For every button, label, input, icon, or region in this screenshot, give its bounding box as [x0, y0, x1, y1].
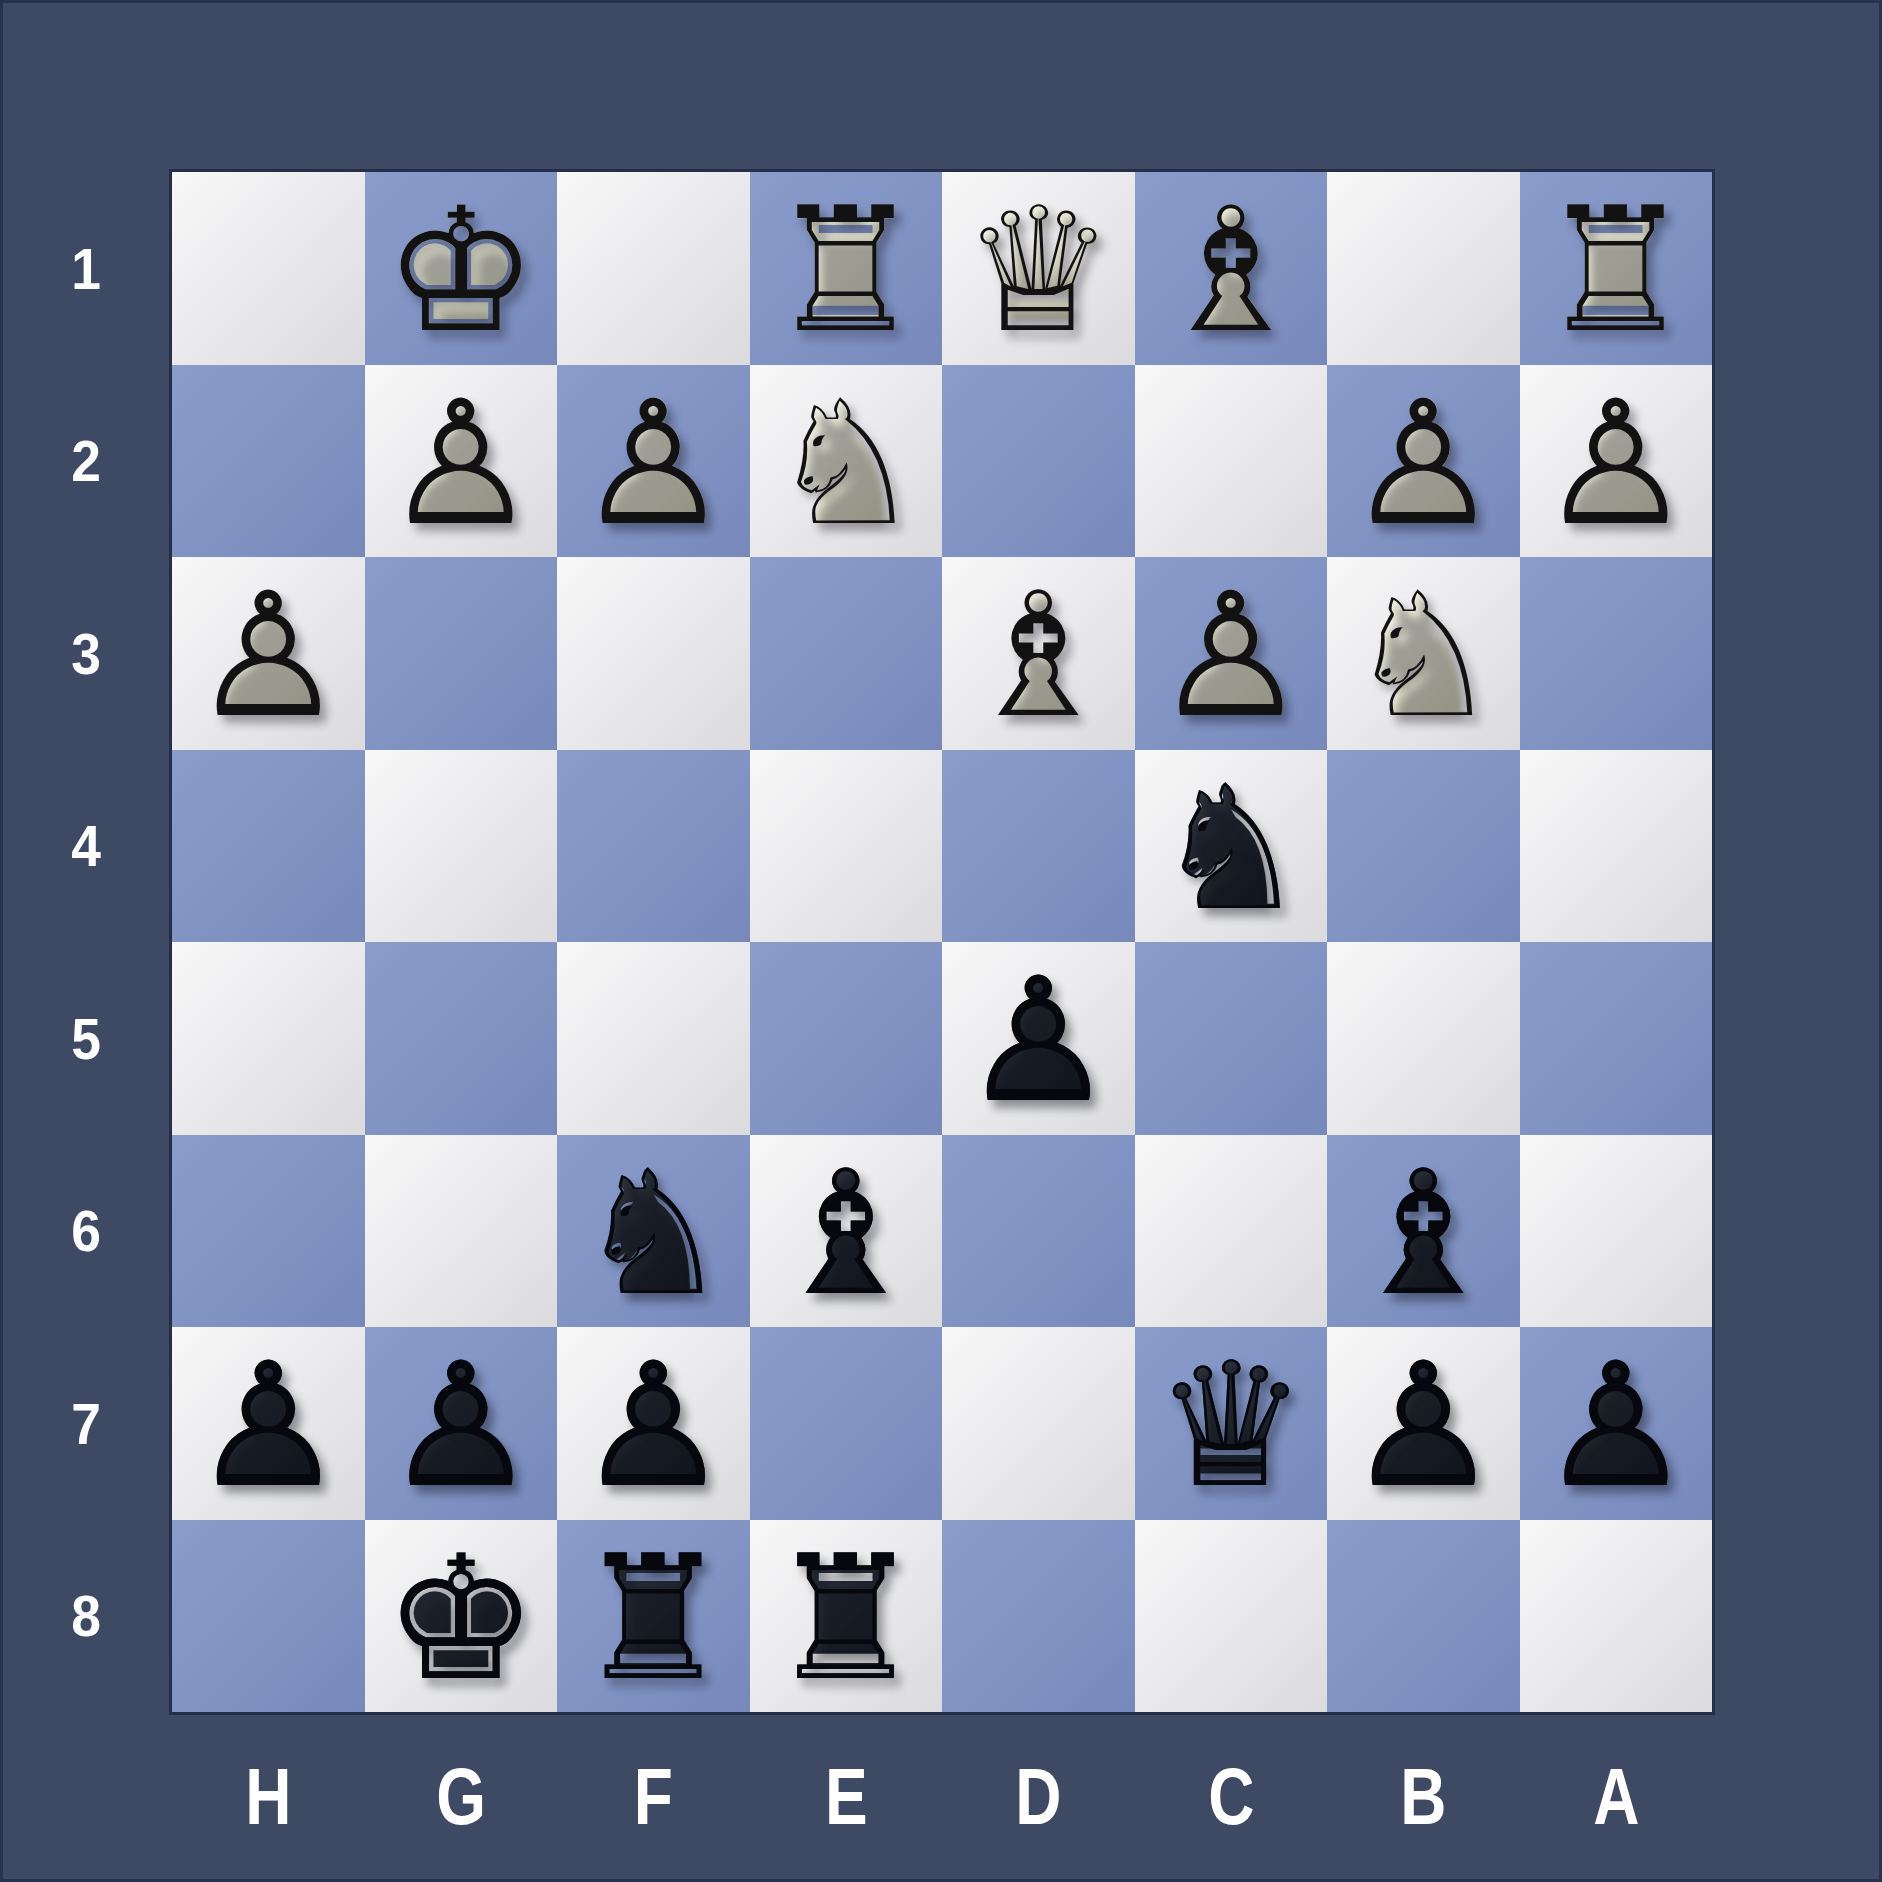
square-g1[interactable]: ♚♔: [365, 172, 558, 365]
rank-label-5: 5: [7, 942, 165, 1135]
square-d5[interactable]: ♟♙: [942, 942, 1135, 1135]
black-pawn-icon[interactable]: ♟♙: [942, 942, 1135, 1135]
square-c7[interactable]: ♛♕: [1135, 1327, 1328, 1520]
black-pawn-icon[interactable]: ♟♙: [365, 1327, 558, 1520]
square-g2[interactable]: ♟♙: [365, 365, 558, 558]
file-label-h: H: [191, 1712, 345, 1882]
square-b8[interactable]: [1327, 1520, 1520, 1713]
square-b6[interactable]: ♝♗: [1327, 1135, 1520, 1328]
black-bishop-icon[interactable]: ♝♗: [1327, 1135, 1520, 1328]
black-pawn-icon-outline: ♙: [942, 945, 1135, 1138]
file-label-a: A: [1539, 1712, 1693, 1882]
square-e3[interactable]: [750, 557, 943, 750]
square-c4[interactable]: ♞♘: [1135, 750, 1328, 943]
black-knight-icon[interactable]: ♞♘: [557, 1135, 750, 1328]
black-knight-icon-outline: ♘: [1135, 753, 1328, 946]
square-f5[interactable]: [557, 942, 750, 1135]
black-king-icon[interactable]: ♚♔: [365, 1520, 558, 1713]
white-king-icon[interactable]: ♚♔: [365, 172, 558, 365]
rank-label-4: 4: [7, 750, 165, 943]
white-knight-icon[interactable]: ♞♘: [750, 365, 943, 558]
white-rook-icon[interactable]: ♜♖: [750, 172, 943, 365]
white-pawn-icon-outline: ♙: [1520, 368, 1713, 561]
file-label-d: D: [961, 1712, 1115, 1882]
square-h7[interactable]: ♟♙: [172, 1327, 365, 1520]
square-a6[interactable]: [1520, 1135, 1713, 1328]
square-e2[interactable]: ♞♘: [750, 365, 943, 558]
square-b3[interactable]: ♞♘: [1327, 557, 1520, 750]
square-a3[interactable]: [1520, 557, 1713, 750]
black-queen-icon-outline: ♕: [1135, 1330, 1328, 1523]
black-queen-icon[interactable]: ♛♕: [1135, 1327, 1328, 1520]
rank-label-8: 8: [7, 1520, 165, 1713]
file-label-b: B: [1346, 1712, 1500, 1882]
black-king-icon-outline: ♔: [365, 1523, 558, 1716]
square-h4[interactable]: [172, 750, 365, 943]
square-d7[interactable]: [942, 1327, 1135, 1520]
white-pawn-icon-outline: ♙: [557, 368, 750, 561]
white-queen-icon-outline: ♕: [942, 175, 1135, 368]
black-pawn-icon[interactable]: ♟♙: [1327, 1327, 1520, 1520]
square-a1[interactable]: ♜♖: [1520, 172, 1713, 365]
square-g7[interactable]: ♟♙: [365, 1327, 558, 1520]
square-b2[interactable]: ♟♙: [1327, 365, 1520, 558]
square-g6[interactable]: [365, 1135, 558, 1328]
file-labels: HGFEDCBA: [172, 1712, 1712, 1882]
black-pawn-icon-outline: ♙: [172, 1330, 365, 1523]
square-f6[interactable]: ♞♘: [557, 1135, 750, 1328]
square-d2[interactable]: [942, 365, 1135, 558]
square-b7[interactable]: ♟♙: [1327, 1327, 1520, 1520]
square-b4[interactable]: [1327, 750, 1520, 943]
black-pawn-icon-outline: ♙: [1327, 1330, 1520, 1523]
square-h3[interactable]: ♟♙: [172, 557, 365, 750]
square-d6[interactable]: [942, 1135, 1135, 1328]
white-knight-icon-outline: ♘: [1327, 560, 1520, 753]
black-rook-icon-outline: ♖: [557, 1523, 750, 1716]
square-g4[interactable]: [365, 750, 558, 943]
file-label-c: C: [1154, 1712, 1308, 1882]
file-label-e: E: [769, 1712, 923, 1882]
file-label-f: F: [576, 1712, 730, 1882]
file-label-g: G: [384, 1712, 538, 1882]
white-rook-icon[interactable]: ♜♖: [1520, 172, 1713, 365]
square-h8[interactable]: [172, 1520, 365, 1713]
square-e8[interactable]: ♜♖: [750, 1520, 943, 1713]
square-d1[interactable]: ♛♕: [942, 172, 1135, 365]
black-knight-icon[interactable]: ♞♘: [1135, 750, 1328, 943]
square-a7[interactable]: ♟♙: [1520, 1327, 1713, 1520]
black-knight-icon-outline: ♘: [557, 1138, 750, 1331]
square-a2[interactable]: ♟♙: [1520, 365, 1713, 558]
black-rook-icon[interactable]: ♜♖: [557, 1520, 750, 1713]
square-b5[interactable]: [1327, 942, 1520, 1135]
black-pawn-icon[interactable]: ♟♙: [172, 1327, 365, 1520]
white-pawn-icon[interactable]: ♟♙: [1135, 557, 1328, 750]
square-c5[interactable]: [1135, 942, 1328, 1135]
white-pawn-icon[interactable]: ♟♙: [172, 557, 365, 750]
rank-label-7: 7: [7, 1327, 165, 1520]
white-pawn-icon-outline: ♙: [172, 560, 365, 753]
black-pawn-icon-outline: ♙: [557, 1330, 750, 1523]
square-g3[interactable]: [365, 557, 558, 750]
square-f3[interactable]: [557, 557, 750, 750]
white-pawn-icon-outline: ♙: [1327, 368, 1520, 561]
square-c6[interactable]: [1135, 1135, 1328, 1328]
square-c2[interactable]: [1135, 365, 1328, 558]
black-pawn-icon-outline: ♙: [1520, 1330, 1713, 1523]
square-d8[interactable]: [942, 1520, 1135, 1713]
square-e6[interactable]: ♝♗: [750, 1135, 943, 1328]
square-f2[interactable]: ♟♙: [557, 365, 750, 558]
white-pawn-icon[interactable]: ♟♙: [557, 365, 750, 558]
black-bishop-icon-outline: ♗: [1327, 1138, 1520, 1331]
square-d3[interactable]: ♝♗: [942, 557, 1135, 750]
square-g8[interactable]: ♚♔: [365, 1520, 558, 1713]
black-pawn-icon[interactable]: ♟♙: [1520, 1327, 1713, 1520]
white-queen-icon[interactable]: ♛♕: [942, 172, 1135, 365]
white-knight-icon-outline: ♘: [750, 368, 943, 561]
board-frame: 12345678 ♚♔♜♖♛♕♝♗♜♖♟♙♟♙♞♘♟♙♟♙♟♙♝♗♟♙♞♘♞♘♟…: [0, 0, 1882, 1882]
square-h6[interactable]: [172, 1135, 365, 1328]
square-e1[interactable]: ♜♖: [750, 172, 943, 365]
square-f8[interactable]: ♜♖: [557, 1520, 750, 1713]
square-f4[interactable]: [557, 750, 750, 943]
rank-label-6: 6: [7, 1135, 165, 1328]
square-h5[interactable]: [172, 942, 365, 1135]
black-pawn-icon[interactable]: ♟♙: [557, 1327, 750, 1520]
square-e5[interactable]: [750, 942, 943, 1135]
white-knight-icon[interactable]: ♞♘: [1327, 557, 1520, 750]
rank-labels: 12345678: [0, 172, 172, 1712]
black-bishop-icon[interactable]: ♝♗: [750, 1135, 943, 1328]
square-d4[interactable]: [942, 750, 1135, 943]
square-a4[interactable]: [1520, 750, 1713, 943]
square-f7[interactable]: ♟♙: [557, 1327, 750, 1520]
rank-label-3: 3: [7, 557, 165, 750]
white-rook-icon-outline: ♖: [1520, 175, 1713, 368]
rank-label-1: 1: [7, 172, 165, 365]
black-rook-icon-outline: ♖: [750, 1523, 943, 1716]
square-b1[interactable]: [1327, 172, 1520, 365]
black-pawn-icon-outline: ♙: [365, 1330, 558, 1523]
square-h1[interactable]: [172, 172, 365, 365]
white-pawn-icon[interactable]: ♟♙: [1520, 365, 1713, 558]
square-g5[interactable]: [365, 942, 558, 1135]
square-e7[interactable]: [750, 1327, 943, 1520]
square-c3[interactable]: ♟♙: [1135, 557, 1328, 750]
chess-board: ♚♔♜♖♛♕♝♗♜♖♟♙♟♙♞♘♟♙♟♙♟♙♝♗♟♙♞♘♞♘♟♙♞♘♝♗♝♗♟♙…: [172, 172, 1712, 1712]
black-rook-icon[interactable]: ♜♖: [750, 1520, 943, 1713]
black-bishop-icon-outline: ♗: [750, 1138, 943, 1331]
white-bishop-icon-outline: ♗: [942, 560, 1135, 753]
white-bishop-icon[interactable]: ♝♗: [942, 557, 1135, 750]
square-c8[interactable]: [1135, 1520, 1328, 1713]
white-pawn-icon-outline: ♙: [365, 368, 558, 561]
white-pawn-icon[interactable]: ♟♙: [365, 365, 558, 558]
square-a8[interactable]: [1520, 1520, 1713, 1713]
rank-label-2: 2: [7, 365, 165, 558]
square-f1[interactable]: [557, 172, 750, 365]
white-bishop-icon[interactable]: ♝♗: [1135, 172, 1328, 365]
square-c1[interactable]: ♝♗: [1135, 172, 1328, 365]
white-rook-icon-outline: ♖: [750, 175, 943, 368]
white-pawn-icon[interactable]: ♟♙: [1327, 365, 1520, 558]
square-h2[interactable]: [172, 365, 365, 558]
square-a5[interactable]: [1520, 942, 1713, 1135]
square-e4[interactable]: [750, 750, 943, 943]
white-pawn-icon-outline: ♙: [1135, 560, 1328, 753]
white-king-icon-outline: ♔: [365, 175, 558, 368]
white-bishop-icon-outline: ♗: [1135, 175, 1328, 368]
